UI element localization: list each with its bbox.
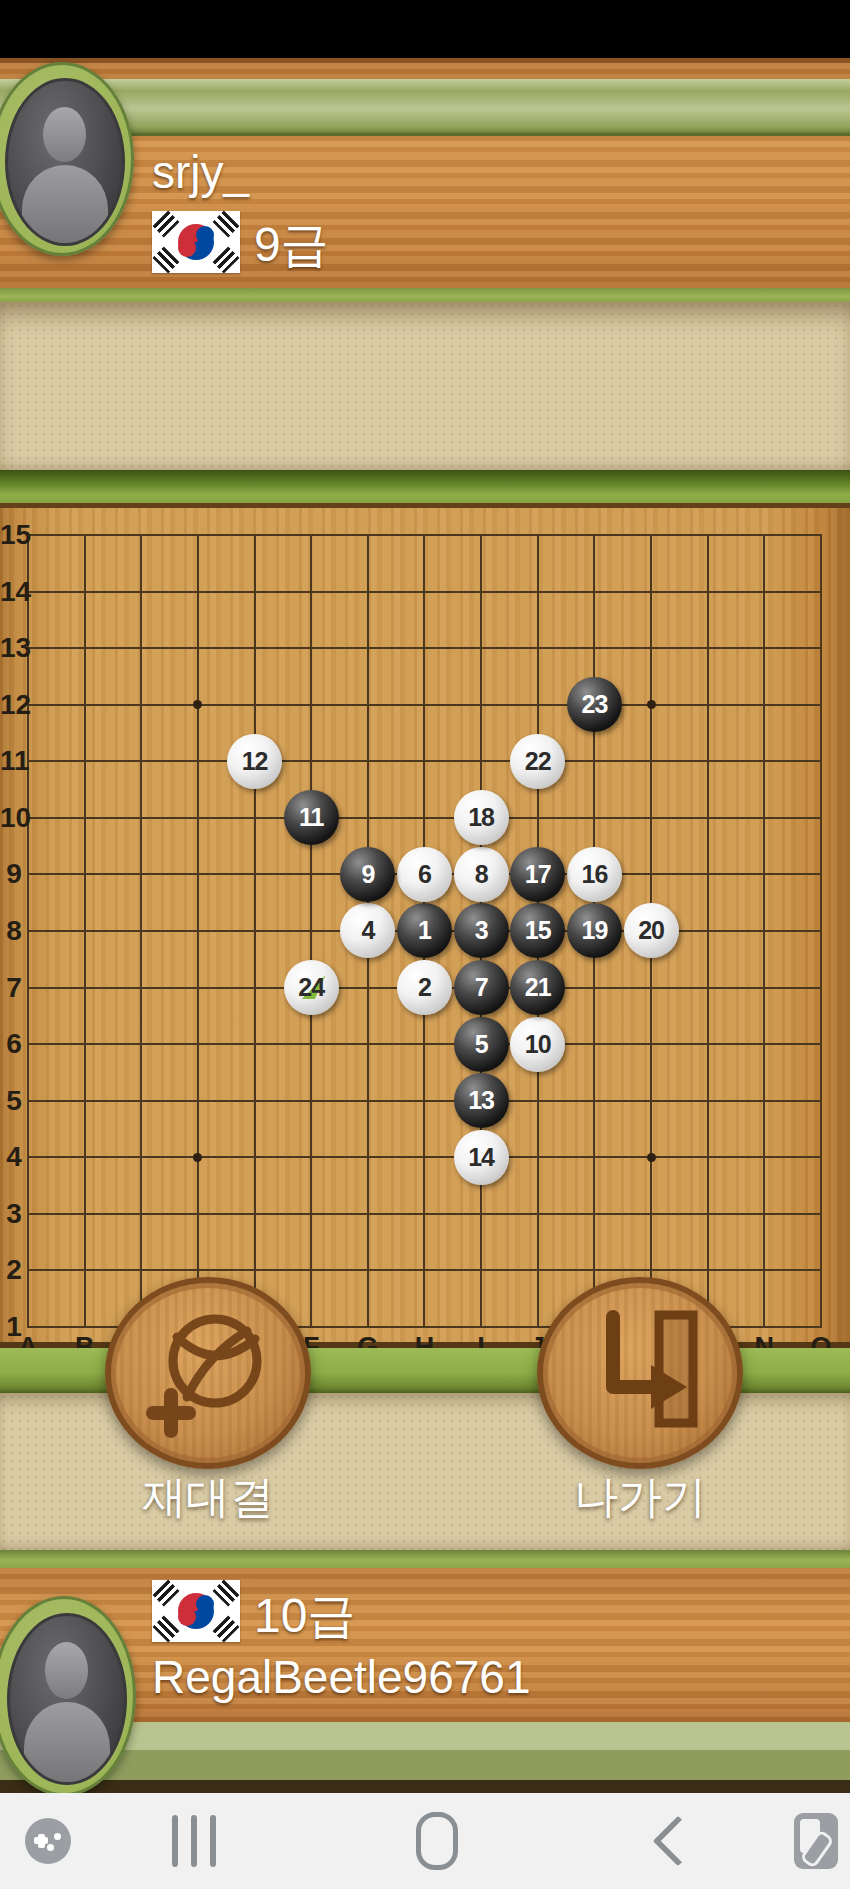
stone-black-I8: 3 <box>454 903 509 958</box>
grid-line-vertical <box>763 534 765 1328</box>
star-point <box>647 700 656 709</box>
grid-line-vertical <box>820 534 822 1328</box>
row-label: 4 <box>0 1142 28 1172</box>
stone-white-I9: 8 <box>454 847 509 902</box>
grid-line-horizontal <box>27 1269 822 1271</box>
game-screen: srjy_ 9급 151413121110987654321ABCDEFGHIJ… <box>0 0 850 1889</box>
row-label: 2 <box>0 1255 28 1285</box>
back-icon[interactable] <box>658 1793 698 1889</box>
exit-button-label: 나가기 <box>490 1468 790 1527</box>
row-label: 11 <box>0 746 28 776</box>
row-label: 14 <box>0 577 28 607</box>
south-korea-flag-icon <box>152 211 240 273</box>
rematch-button-label: 재대결 <box>58 1468 358 1527</box>
bottom-olive-band <box>0 1750 850 1780</box>
row-label: 7 <box>0 973 28 1003</box>
top-panel-bottom-strip <box>0 288 850 302</box>
stone-black-I5: 13 <box>454 1073 509 1128</box>
stone-black-H8: 1 <box>397 903 452 958</box>
stone-black-G9: 9 <box>340 847 395 902</box>
stone-white-I4: 14 <box>454 1130 509 1185</box>
row-label: 13 <box>0 633 28 663</box>
grid-line-horizontal <box>27 1043 822 1045</box>
status-bar <box>0 0 850 58</box>
stone-black-F10: 11 <box>284 790 339 845</box>
row-label: 15 <box>0 520 28 550</box>
exit-button[interactable] <box>537 1277 743 1469</box>
stone-white-H7: 2 <box>397 960 452 1015</box>
stone-black-J7: 21 <box>510 960 565 1015</box>
navigation-bar <box>0 1793 850 1889</box>
omok-board[interactable]: 151413121110987654321ABCDEFGHIJKLMNO1234… <box>0 503 850 1348</box>
row-label: 9 <box>0 859 28 889</box>
stone-white-H9: 6 <box>397 847 452 902</box>
stone-white-G8: 4 <box>340 903 395 958</box>
row-label: 8 <box>0 916 28 946</box>
south-korea-flag-icon <box>152 1580 240 1642</box>
star-point <box>647 1153 656 1162</box>
stone-black-K12: 23 <box>567 677 622 732</box>
stone-black-J8: 15 <box>510 903 565 958</box>
touch-assist-icon[interactable] <box>792 1793 840 1889</box>
row-label: 6 <box>0 1029 28 1059</box>
board-top-green-strip <box>0 470 850 503</box>
grid-line-vertical <box>707 534 709 1328</box>
bottom-dark-line <box>0 1780 850 1793</box>
stone-white-I10: 18 <box>454 790 509 845</box>
background-texture-top <box>0 302 850 470</box>
rematch-globe-icon <box>143 1303 273 1443</box>
star-point <box>193 1153 202 1162</box>
exit-door-arrow-icon <box>575 1303 705 1443</box>
stone-white-L8: 20 <box>624 903 679 958</box>
recent-apps-icon[interactable] <box>168 1793 220 1889</box>
last-move-stone-white-F7: 24 <box>284 960 339 1015</box>
grid-line-horizontal <box>27 1156 822 1158</box>
grid-line-horizontal <box>27 1100 822 1102</box>
game-launcher-icon[interactable] <box>22 1793 74 1889</box>
home-icon[interactable] <box>414 1793 460 1889</box>
top-player-rank: 9급 <box>254 213 329 277</box>
star-point <box>193 700 202 709</box>
stone-black-I6: 5 <box>454 1017 509 1072</box>
row-label: 10 <box>0 803 28 833</box>
rematch-button[interactable] <box>105 1277 311 1469</box>
bottom-player-name: RegalBeetle96761 <box>152 1650 531 1704</box>
row-label: 5 <box>0 1086 28 1116</box>
stone-white-J6: 10 <box>510 1017 565 1072</box>
bottom-player-rank: 10급 <box>254 1584 355 1648</box>
bottom-panel-top-strip <box>0 1550 850 1568</box>
stone-black-K8: 19 <box>567 903 622 958</box>
row-label: 12 <box>0 690 28 720</box>
stone-white-K9: 16 <box>567 847 622 902</box>
row-label: 3 <box>0 1199 28 1229</box>
top-player-name: srjy_ <box>152 145 249 199</box>
grid-line-horizontal <box>27 1213 822 1215</box>
stone-black-I7: 7 <box>454 960 509 1015</box>
stone-white-E11: 12 <box>227 734 282 789</box>
stone-black-J9: 17 <box>510 847 565 902</box>
stone-white-J11: 22 <box>510 734 565 789</box>
